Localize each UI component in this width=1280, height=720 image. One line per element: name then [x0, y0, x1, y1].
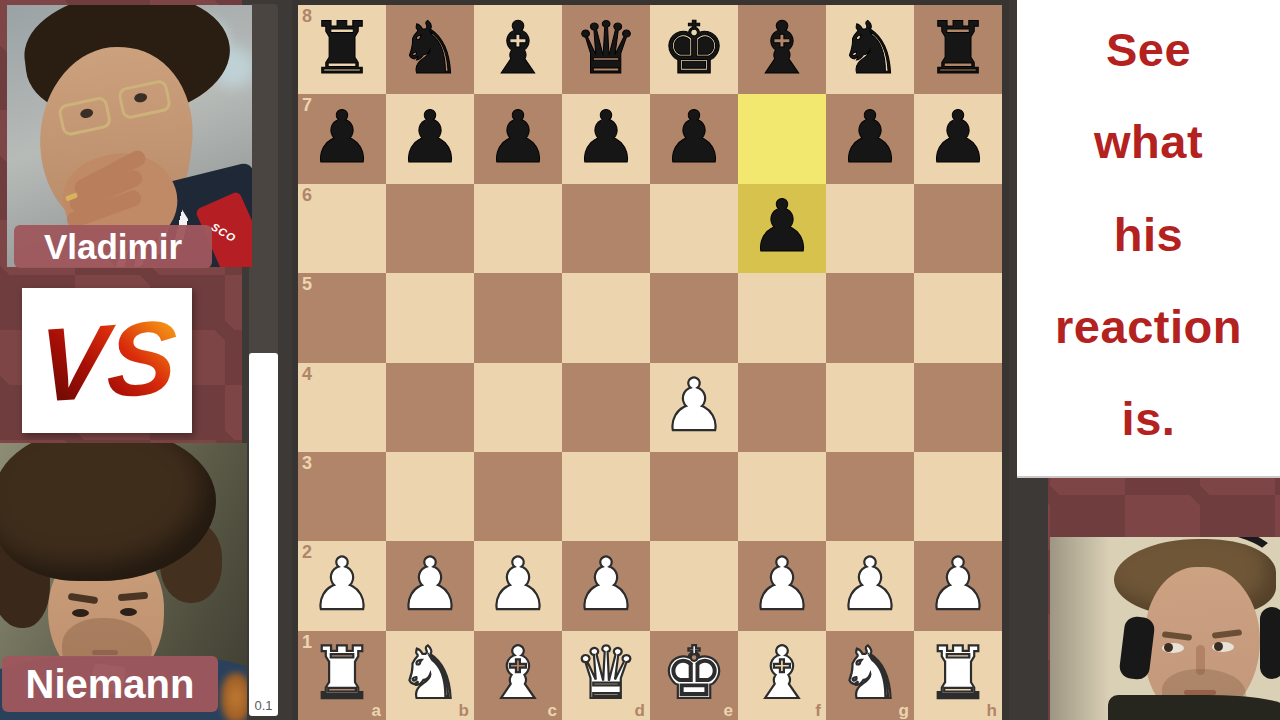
black-pawn[interactable]: ♟	[398, 101, 463, 173]
square-c6[interactable]	[474, 184, 562, 273]
white-pawn[interactable]: ♟	[838, 548, 903, 620]
white-pawn[interactable]: ♟	[574, 548, 639, 620]
square-d4[interactable]	[562, 363, 650, 452]
black-pawn[interactable]: ♟	[310, 101, 375, 173]
vs-panel: VS	[22, 288, 192, 433]
white-bishop[interactable]: ♝	[750, 637, 815, 709]
kramnik-eye	[79, 108, 94, 120]
evaluation-value: 0.1	[249, 698, 278, 713]
square-c2[interactable]: ♟	[474, 541, 562, 630]
file-label-f: f	[815, 701, 821, 720]
square-a4[interactable]: 4	[298, 363, 386, 452]
player-label-top: Vladimir	[14, 225, 212, 268]
black-rook[interactable]: ♜	[310, 12, 375, 84]
square-f7[interactable]	[738, 94, 826, 183]
rank-label-6: 6	[302, 185, 312, 206]
square-c7[interactable]: ♟	[474, 94, 562, 183]
square-d1[interactable]: d♛	[562, 631, 650, 720]
rank-label-4: 4	[302, 364, 312, 385]
square-b7[interactable]: ♟	[386, 94, 474, 183]
vs-text: VS	[36, 303, 178, 417]
black-bishop[interactable]: ♝	[750, 12, 815, 84]
square-h5[interactable]	[914, 273, 1002, 362]
black-queen[interactable]: ♛	[574, 12, 639, 84]
niemann-eye	[120, 608, 137, 616]
square-g1[interactable]: g♞	[826, 631, 914, 720]
white-pawn[interactable]: ♟	[750, 548, 815, 620]
white-pawn[interactable]: ♟	[662, 369, 727, 441]
square-f1[interactable]: f♝	[738, 631, 826, 720]
caption-line: his	[1017, 207, 1280, 262]
square-g2[interactable]: ♟	[826, 541, 914, 630]
square-a2[interactable]: 2♟	[298, 541, 386, 630]
square-c3[interactable]	[474, 452, 562, 541]
square-c8[interactable]: ♝	[474, 5, 562, 94]
square-a1[interactable]: 1a♜	[298, 631, 386, 720]
square-b5[interactable]	[386, 273, 474, 362]
white-pawn[interactable]: ♟	[310, 548, 375, 620]
black-pawn[interactable]: ♟	[838, 101, 903, 173]
caption-line: is.	[1017, 391, 1280, 446]
square-e1[interactable]: e♚	[650, 631, 738, 720]
black-pawn[interactable]: ♟	[750, 190, 815, 262]
square-c4[interactable]	[474, 363, 562, 452]
niemann-mouth	[92, 650, 118, 655]
square-a5[interactable]: 5	[298, 273, 386, 362]
webcam-eye	[1212, 642, 1234, 652]
webcam-jacket	[1108, 695, 1280, 720]
square-d3[interactable]	[562, 452, 650, 541]
black-knight[interactable]: ♞	[398, 12, 463, 84]
white-pawn[interactable]: ♟	[926, 548, 991, 620]
white-pawn[interactable]: ♟	[398, 548, 463, 620]
square-g6[interactable]	[826, 184, 914, 273]
webcam-pupil	[1164, 643, 1173, 652]
webcam-pupil	[1214, 642, 1223, 651]
square-f8[interactable]: ♝	[738, 5, 826, 94]
white-rook[interactable]: ♜	[926, 637, 991, 709]
evaluation-bar: 0.1	[249, 4, 278, 716]
white-knight[interactable]: ♞	[398, 637, 463, 709]
glasses-lens	[57, 95, 113, 137]
square-f2[interactable]: ♟	[738, 541, 826, 630]
square-h7[interactable]: ♟	[914, 94, 1002, 183]
square-d2[interactable]: ♟	[562, 541, 650, 630]
square-h6[interactable]	[914, 184, 1002, 273]
square-h4[interactable]	[914, 363, 1002, 452]
square-c5[interactable]	[474, 273, 562, 362]
square-b6[interactable]	[386, 184, 474, 273]
white-bishop[interactable]: ♝	[486, 637, 551, 709]
black-pawn[interactable]: ♟	[926, 101, 991, 173]
square-c1[interactable]: c♝	[474, 631, 562, 720]
square-g8[interactable]: ♞	[826, 5, 914, 94]
square-d8[interactable]: ♛	[562, 5, 650, 94]
webcam-eye	[1162, 643, 1184, 653]
thumbnail-stage: 0.1 8♜♞♝♛♚♝♞♜7♟♟♟♟♟♟♟6♟54♟32♟♟♟♟♟♟♟1a♜b♞…	[0, 0, 1280, 720]
square-h3[interactable]	[914, 452, 1002, 541]
white-king[interactable]: ♚	[662, 637, 727, 709]
black-pawn[interactable]: ♟	[574, 101, 639, 173]
square-e7[interactable]: ♟	[650, 94, 738, 183]
square-h2[interactable]: ♟	[914, 541, 1002, 630]
square-e8[interactable]: ♚	[650, 5, 738, 94]
white-knight[interactable]: ♞	[838, 637, 903, 709]
evaluation-bar-white-fill: 0.1	[249, 353, 278, 716]
square-f4[interactable]	[738, 363, 826, 452]
chess-board: 8♜♞♝♛♚♝♞♜7♟♟♟♟♟♟♟6♟54♟32♟♟♟♟♟♟♟1a♜b♞c♝d♛…	[292, 0, 1009, 720]
white-rook[interactable]: ♜	[310, 637, 375, 709]
kramnik-eye	[133, 92, 148, 104]
square-a7[interactable]: 7♟	[298, 94, 386, 183]
square-d7[interactable]: ♟	[562, 94, 650, 183]
square-h8[interactable]: ♜	[914, 5, 1002, 94]
square-g5[interactable]	[826, 273, 914, 362]
headphone-right-cup	[1260, 607, 1280, 679]
square-f3[interactable]	[738, 452, 826, 541]
square-g3[interactable]	[826, 452, 914, 541]
square-b3[interactable]	[386, 452, 474, 541]
caption-line: See	[1017, 22, 1280, 77]
square-g4[interactable]	[826, 363, 914, 452]
square-e5[interactable]	[650, 273, 738, 362]
square-e2[interactable]	[650, 541, 738, 630]
square-d5[interactable]	[562, 273, 650, 362]
square-b8[interactable]: ♞	[386, 5, 474, 94]
square-h1[interactable]: h♜	[914, 631, 1002, 720]
board-grid: 8♜♞♝♛♚♝♞♜7♟♟♟♟♟♟♟6♟54♟32♟♟♟♟♟♟♟1a♜b♞c♝d♛…	[298, 5, 1002, 720]
caption-panel: See what his reaction is.	[1017, 0, 1280, 478]
square-d6[interactable]	[562, 184, 650, 273]
white-queen[interactable]: ♛	[574, 637, 639, 709]
square-b2[interactable]: ♟	[386, 541, 474, 630]
square-a6[interactable]: 6	[298, 184, 386, 273]
black-king[interactable]: ♚	[662, 12, 727, 84]
square-e3[interactable]	[650, 452, 738, 541]
black-pawn[interactable]: ♟	[662, 101, 727, 173]
rank-label-5: 5	[302, 274, 312, 295]
square-f6[interactable]: ♟	[738, 184, 826, 273]
player-label-bottom: Niemann	[2, 656, 218, 712]
webcam-niemann	[1050, 537, 1280, 720]
square-a8[interactable]: 8♜	[298, 5, 386, 94]
square-e4[interactable]: ♟	[650, 363, 738, 452]
black-pawn[interactable]: ♟	[486, 101, 551, 173]
black-rook[interactable]: ♜	[926, 12, 991, 84]
square-b4[interactable]	[386, 363, 474, 452]
square-e6[interactable]	[650, 184, 738, 273]
square-g7[interactable]: ♟	[826, 94, 914, 183]
square-a3[interactable]: 3	[298, 452, 386, 541]
jacket-text: SCO	[209, 220, 238, 244]
square-f5[interactable]	[738, 273, 826, 362]
black-knight[interactable]: ♞	[838, 12, 903, 84]
white-pawn[interactable]: ♟	[486, 548, 551, 620]
caption-line: reaction	[1017, 299, 1280, 354]
square-b1[interactable]: b♞	[386, 631, 474, 720]
niemann-eye	[72, 609, 89, 617]
black-bishop[interactable]: ♝	[486, 12, 551, 84]
rank-label-3: 3	[302, 453, 312, 474]
caption-line: what	[1017, 114, 1280, 169]
blurred-chess-piece	[221, 673, 247, 720]
